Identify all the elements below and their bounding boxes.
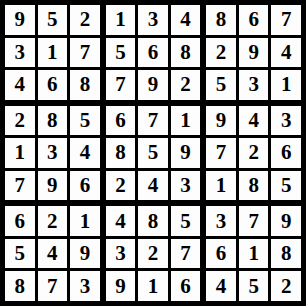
sudoku-cell-r9c1[interactable]: 8 bbox=[5, 271, 35, 301]
sudoku-cell-r5c1[interactable]: 1 bbox=[5, 138, 35, 168]
sudoku-cell-r3c1[interactable]: 4 bbox=[5, 70, 35, 100]
sudoku-cell-r8c9[interactable]: 8 bbox=[271, 239, 301, 269]
sudoku-cell-r5c3[interactable]: 4 bbox=[70, 138, 100, 168]
sudoku-cell-r2c2[interactable]: 1 bbox=[38, 38, 68, 68]
sudoku-cell-r7c8[interactable]: 7 bbox=[239, 206, 269, 236]
sudoku-cell-r5c8[interactable]: 2 bbox=[239, 138, 269, 168]
sudoku-cell-r4c5[interactable]: 7 bbox=[138, 106, 168, 136]
sudoku-cell-r8c1[interactable]: 5 bbox=[5, 239, 35, 269]
sudoku-cell-r3c3[interactable]: 8 bbox=[70, 70, 100, 100]
sudoku-box-0-2: 867294531 bbox=[206, 5, 301, 100]
sudoku-cell-r3c9[interactable]: 1 bbox=[271, 70, 301, 100]
sudoku-cell-r9c5[interactable]: 1 bbox=[138, 271, 168, 301]
sudoku-box-1-1: 671859243 bbox=[106, 106, 201, 201]
sudoku-cell-r9c6[interactable]: 6 bbox=[171, 271, 201, 301]
sudoku-cell-r6c8[interactable]: 8 bbox=[239, 171, 269, 201]
sudoku-cell-r5c6[interactable]: 9 bbox=[171, 138, 201, 168]
sudoku-cell-r4c2[interactable]: 8 bbox=[38, 106, 68, 136]
sudoku-cell-r7c1[interactable]: 6 bbox=[5, 206, 35, 236]
sudoku-cell-r8c3[interactable]: 9 bbox=[70, 239, 100, 269]
sudoku-box-1-2: 943726185 bbox=[206, 106, 301, 201]
sudoku-cell-r6c1[interactable]: 7 bbox=[5, 171, 35, 201]
sudoku-cell-r1c7[interactable]: 8 bbox=[206, 5, 236, 35]
sudoku-cell-r9c4[interactable]: 9 bbox=[106, 271, 136, 301]
sudoku-cell-r8c2[interactable]: 4 bbox=[38, 239, 68, 269]
sudoku-cell-r2c6[interactable]: 8 bbox=[171, 38, 201, 68]
sudoku-cell-r8c8[interactable]: 1 bbox=[239, 239, 269, 269]
sudoku-cell-r6c2[interactable]: 9 bbox=[38, 171, 68, 201]
sudoku-cell-r4c1[interactable]: 2 bbox=[5, 106, 35, 136]
sudoku-cell-r7c9[interactable]: 9 bbox=[271, 206, 301, 236]
sudoku-cell-r1c3[interactable]: 2 bbox=[70, 5, 100, 35]
sudoku-cell-r1c4[interactable]: 1 bbox=[106, 5, 136, 35]
sudoku-cell-r2c7[interactable]: 2 bbox=[206, 38, 236, 68]
sudoku-cell-r6c3[interactable]: 6 bbox=[70, 171, 100, 201]
sudoku-cell-r3c2[interactable]: 6 bbox=[38, 70, 68, 100]
sudoku-cell-r2c5[interactable]: 6 bbox=[138, 38, 168, 68]
sudoku-cell-r2c3[interactable]: 7 bbox=[70, 38, 100, 68]
sudoku-cell-r4c7[interactable]: 9 bbox=[206, 106, 236, 136]
sudoku-cell-r8c7[interactable]: 6 bbox=[206, 239, 236, 269]
sudoku-cell-r8c4[interactable]: 3 bbox=[106, 239, 136, 269]
sudoku-cell-r5c9[interactable]: 6 bbox=[271, 138, 301, 168]
sudoku-cell-r1c5[interactable]: 3 bbox=[138, 5, 168, 35]
sudoku-cell-r1c8[interactable]: 6 bbox=[239, 5, 269, 35]
sudoku-cell-r9c8[interactable]: 5 bbox=[239, 271, 269, 301]
sudoku-cell-r6c6[interactable]: 3 bbox=[171, 171, 201, 201]
sudoku-cell-r5c4[interactable]: 8 bbox=[106, 138, 136, 168]
sudoku-board: 9523174681345687928672945312851347966718… bbox=[0, 0, 306, 306]
sudoku-cell-r2c8[interactable]: 9 bbox=[239, 38, 269, 68]
sudoku-box-2-0: 621549873 bbox=[5, 206, 100, 301]
sudoku-box-2-2: 379618452 bbox=[206, 206, 301, 301]
sudoku-cell-r9c7[interactable]: 4 bbox=[206, 271, 236, 301]
sudoku-cell-r2c1[interactable]: 3 bbox=[5, 38, 35, 68]
sudoku-cell-r3c4[interactable]: 7 bbox=[106, 70, 136, 100]
sudoku-cell-r7c4[interactable]: 4 bbox=[106, 206, 136, 236]
sudoku-cell-r6c9[interactable]: 5 bbox=[271, 171, 301, 201]
sudoku-cell-r5c5[interactable]: 5 bbox=[138, 138, 168, 168]
sudoku-cell-r6c7[interactable]: 1 bbox=[206, 171, 236, 201]
sudoku-cell-r1c9[interactable]: 7 bbox=[271, 5, 301, 35]
sudoku-cell-r4c6[interactable]: 1 bbox=[171, 106, 201, 136]
sudoku-cell-r1c6[interactable]: 4 bbox=[171, 5, 201, 35]
sudoku-cell-r4c3[interactable]: 5 bbox=[70, 106, 100, 136]
sudoku-cell-r3c5[interactable]: 9 bbox=[138, 70, 168, 100]
sudoku-cell-r4c8[interactable]: 4 bbox=[239, 106, 269, 136]
sudoku-cell-r7c2[interactable]: 2 bbox=[38, 206, 68, 236]
sudoku-cell-r3c6[interactable]: 2 bbox=[171, 70, 201, 100]
sudoku-box-1-0: 285134796 bbox=[5, 106, 100, 201]
sudoku-cell-r4c9[interactable]: 3 bbox=[271, 106, 301, 136]
sudoku-cell-r2c9[interactable]: 4 bbox=[271, 38, 301, 68]
sudoku-box-0-0: 952317468 bbox=[5, 5, 100, 100]
sudoku-cell-r1c2[interactable]: 5 bbox=[38, 5, 68, 35]
sudoku-box-2-1: 485327916 bbox=[106, 206, 201, 301]
sudoku-cell-r8c6[interactable]: 7 bbox=[171, 239, 201, 269]
sudoku-cell-r8c5[interactable]: 2 bbox=[138, 239, 168, 269]
sudoku-cell-r1c1[interactable]: 9 bbox=[5, 5, 35, 35]
sudoku-cell-r6c5[interactable]: 4 bbox=[138, 171, 168, 201]
sudoku-cell-r6c4[interactable]: 2 bbox=[106, 171, 136, 201]
sudoku-cell-r5c7[interactable]: 7 bbox=[206, 138, 236, 168]
sudoku-cell-r3c7[interactable]: 5 bbox=[206, 70, 236, 100]
sudoku-cell-r9c3[interactable]: 3 bbox=[70, 271, 100, 301]
sudoku-cell-r9c9[interactable]: 2 bbox=[271, 271, 301, 301]
sudoku-cell-r7c3[interactable]: 1 bbox=[70, 206, 100, 236]
sudoku-cell-r7c6[interactable]: 5 bbox=[171, 206, 201, 236]
sudoku-cell-r7c5[interactable]: 8 bbox=[138, 206, 168, 236]
sudoku-cell-r2c4[interactable]: 5 bbox=[106, 38, 136, 68]
sudoku-cell-r4c4[interactable]: 6 bbox=[106, 106, 136, 136]
sudoku-cell-r5c2[interactable]: 3 bbox=[38, 138, 68, 168]
sudoku-cell-r3c8[interactable]: 3 bbox=[239, 70, 269, 100]
sudoku-cell-r9c2[interactable]: 7 bbox=[38, 271, 68, 301]
sudoku-box-0-1: 134568792 bbox=[106, 5, 201, 100]
sudoku-cell-r7c7[interactable]: 3 bbox=[206, 206, 236, 236]
